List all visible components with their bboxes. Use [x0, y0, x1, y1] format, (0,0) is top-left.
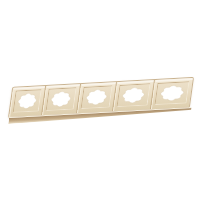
scalloped-cutout-shape [117, 84, 148, 106]
frame-module [77, 82, 117, 113]
frame-module [9, 86, 46, 117]
scalloped-cutout-shape [81, 86, 111, 108]
frame-module [42, 84, 81, 115]
module-inner-ridge [46, 87, 77, 111]
product-photo [0, 0, 200, 200]
scalloped-cutout-shape [155, 82, 188, 104]
module-inner-ridge [80, 85, 112, 109]
scalloped-cutout-shape [47, 88, 75, 110]
scalloped-cutout-shape [14, 90, 41, 111]
module-inner-ridge [116, 83, 150, 107]
wall-switch-frame [8, 77, 194, 118]
frame-module [150, 78, 192, 109]
frame-module [113, 80, 155, 111]
module-inner-ridge [13, 89, 42, 113]
module-inner-ridge [154, 81, 190, 105]
